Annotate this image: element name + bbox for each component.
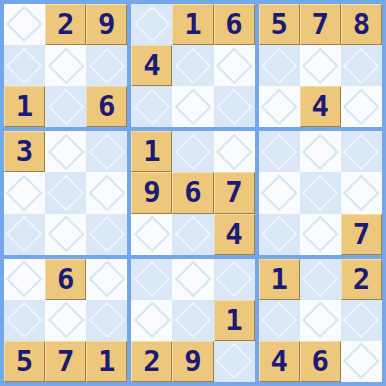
diamond-pattern-icon bbox=[216, 343, 253, 380]
cell-r2c4: 4 bbox=[131, 45, 172, 86]
diamond-pattern-icon bbox=[261, 88, 298, 125]
cell-r6c2[interactable] bbox=[45, 214, 86, 255]
box-8: 129 bbox=[131, 259, 254, 382]
given-digit: 6 bbox=[312, 347, 329, 376]
given-digit: 5 bbox=[16, 347, 33, 376]
diamond-pattern-icon bbox=[88, 302, 125, 339]
diamond-pattern-icon bbox=[261, 133, 298, 170]
given-digit: 1 bbox=[184, 10, 201, 39]
cell-r6c8[interactable] bbox=[300, 214, 341, 255]
diamond-pattern-icon bbox=[302, 261, 339, 298]
diamond-pattern-icon bbox=[47, 133, 84, 170]
cell-r3c1: 1 bbox=[4, 86, 45, 127]
given-digit: 1 bbox=[270, 265, 287, 294]
diamond-pattern-icon bbox=[47, 174, 84, 211]
cell-r4c9[interactable] bbox=[341, 131, 382, 172]
given-digit: 2 bbox=[57, 10, 74, 39]
cell-r9c4: 2 bbox=[131, 341, 172, 382]
cell-r4c6[interactable] bbox=[214, 131, 255, 172]
diamond-pattern-icon bbox=[343, 88, 380, 125]
diamond-pattern-icon bbox=[88, 261, 125, 298]
cell-r5c6: 7 bbox=[214, 172, 255, 213]
diamond-pattern-icon bbox=[133, 6, 170, 43]
cell-r8c2[interactable] bbox=[45, 300, 86, 341]
cell-r1c6: 6 bbox=[214, 4, 255, 45]
diamond-pattern-icon bbox=[88, 174, 125, 211]
cell-r7c9: 2 bbox=[341, 259, 382, 300]
cell-r7c1[interactable] bbox=[4, 259, 45, 300]
given-digit: 1 bbox=[143, 137, 160, 166]
diamond-pattern-icon bbox=[47, 88, 84, 125]
diamond-pattern-icon bbox=[174, 133, 211, 170]
cell-r4c7[interactable] bbox=[259, 131, 300, 172]
box-9: 1246 bbox=[259, 259, 382, 382]
cell-r4c1: 3 bbox=[4, 131, 45, 172]
given-digit: 8 bbox=[353, 10, 370, 39]
diamond-pattern-icon bbox=[302, 174, 339, 211]
diamond-pattern-icon bbox=[343, 133, 380, 170]
cell-r2c8[interactable] bbox=[300, 45, 341, 86]
cell-r2c2[interactable] bbox=[45, 45, 86, 86]
cell-r8c9[interactable] bbox=[341, 300, 382, 341]
cell-r2c6[interactable] bbox=[214, 45, 255, 86]
sudoku-board: 2916 164 5784 3 19674 7 6571 129 1246 bbox=[0, 0, 386, 386]
diamond-pattern-icon bbox=[216, 261, 253, 298]
cell-r7c4[interactable] bbox=[131, 259, 172, 300]
cell-r1c8: 7 bbox=[300, 4, 341, 45]
given-digit: 4 bbox=[270, 347, 287, 376]
cell-r4c8[interactable] bbox=[300, 131, 341, 172]
cell-r6c6: 4 bbox=[214, 214, 255, 255]
given-digit: 7 bbox=[312, 10, 329, 39]
cell-r8c1[interactable] bbox=[4, 300, 45, 341]
diamond-pattern-icon bbox=[343, 302, 380, 339]
cell-r7c7: 1 bbox=[259, 259, 300, 300]
cell-r3c2[interactable] bbox=[45, 86, 86, 127]
given-digit: 6 bbox=[225, 10, 242, 39]
diamond-pattern-icon bbox=[174, 302, 211, 339]
diamond-pattern-icon bbox=[302, 216, 339, 253]
given-digit: 2 bbox=[353, 265, 370, 294]
cell-r9c9[interactable] bbox=[341, 341, 382, 382]
given-digit: 9 bbox=[184, 347, 201, 376]
given-digit: 3 bbox=[16, 137, 33, 166]
given-digit: 4 bbox=[225, 220, 242, 249]
diamond-pattern-icon bbox=[302, 302, 339, 339]
diamond-pattern-icon bbox=[343, 47, 380, 84]
diamond-pattern-icon bbox=[133, 261, 170, 298]
cell-r3c9[interactable] bbox=[341, 86, 382, 127]
cell-r1c1[interactable] bbox=[4, 4, 45, 45]
cell-r4c3[interactable] bbox=[86, 131, 127, 172]
diamond-pattern-icon bbox=[88, 216, 125, 253]
cell-r5c2[interactable] bbox=[45, 172, 86, 213]
cell-r9c6[interactable] bbox=[214, 341, 255, 382]
cell-r3c3: 6 bbox=[86, 86, 127, 127]
diamond-pattern-icon bbox=[88, 133, 125, 170]
cell-r9c2: 7 bbox=[45, 341, 86, 382]
cell-r3c6[interactable] bbox=[214, 86, 255, 127]
cell-r8c7[interactable] bbox=[259, 300, 300, 341]
box-6: 7 bbox=[259, 131, 382, 254]
cell-r5c3[interactable] bbox=[86, 172, 127, 213]
diamond-pattern-icon bbox=[216, 133, 253, 170]
box-4: 3 bbox=[4, 131, 127, 254]
diamond-pattern-icon bbox=[133, 216, 170, 253]
diamond-pattern-icon bbox=[6, 6, 43, 43]
cell-r5c8[interactable] bbox=[300, 172, 341, 213]
cell-r2c3[interactable] bbox=[86, 45, 127, 86]
given-digit: 2 bbox=[143, 347, 160, 376]
diamond-pattern-icon bbox=[174, 47, 211, 84]
diamond-pattern-icon bbox=[302, 47, 339, 84]
diamond-pattern-icon bbox=[261, 174, 298, 211]
cell-r3c7[interactable] bbox=[259, 86, 300, 127]
given-digit: 4 bbox=[312, 92, 329, 121]
given-digit: 9 bbox=[98, 10, 115, 39]
given-digit: 4 bbox=[143, 51, 160, 80]
cell-r9c1: 5 bbox=[4, 341, 45, 382]
cell-r8c3[interactable] bbox=[86, 300, 127, 341]
diamond-pattern-icon bbox=[6, 216, 43, 253]
cell-r6c1[interactable] bbox=[4, 214, 45, 255]
cell-r6c7[interactable] bbox=[259, 214, 300, 255]
cell-r4c5[interactable] bbox=[172, 131, 213, 172]
diamond-pattern-icon bbox=[302, 133, 339, 170]
diamond-pattern-icon bbox=[47, 216, 84, 253]
diamond-pattern-icon bbox=[216, 88, 253, 125]
cell-r9c8: 6 bbox=[300, 341, 341, 382]
diamond-pattern-icon bbox=[6, 47, 43, 84]
diamond-pattern-icon bbox=[174, 261, 211, 298]
cell-r2c5[interactable] bbox=[172, 45, 213, 86]
cell-r8c4[interactable] bbox=[131, 300, 172, 341]
cell-r1c5: 1 bbox=[172, 4, 213, 45]
box-5: 19674 bbox=[131, 131, 254, 254]
cell-r4c4: 1 bbox=[131, 131, 172, 172]
box-2: 164 bbox=[131, 4, 254, 127]
given-digit: 6 bbox=[57, 265, 74, 294]
box-3: 5784 bbox=[259, 4, 382, 127]
cell-r5c7[interactable] bbox=[259, 172, 300, 213]
cell-r1c7: 5 bbox=[259, 4, 300, 45]
cell-r8c6: 1 bbox=[214, 300, 255, 341]
given-digit: 9 bbox=[143, 178, 160, 207]
cell-r4c2[interactable] bbox=[45, 131, 86, 172]
cell-r3c8: 4 bbox=[300, 86, 341, 127]
diamond-pattern-icon bbox=[133, 302, 170, 339]
diamond-pattern-icon bbox=[47, 302, 84, 339]
cell-r5c5: 6 bbox=[172, 172, 213, 213]
cell-r5c1[interactable] bbox=[4, 172, 45, 213]
cell-r2c1[interactable] bbox=[4, 45, 45, 86]
diamond-pattern-icon bbox=[261, 47, 298, 84]
diamond-pattern-icon bbox=[343, 174, 380, 211]
given-digit: 1 bbox=[16, 92, 33, 121]
cell-r1c9: 8 bbox=[341, 4, 382, 45]
cell-r8c5[interactable] bbox=[172, 300, 213, 341]
given-digit: 7 bbox=[57, 347, 74, 376]
cell-r9c3: 1 bbox=[86, 341, 127, 382]
given-digit: 1 bbox=[225, 306, 242, 335]
cell-r7c8[interactable] bbox=[300, 259, 341, 300]
diamond-pattern-icon bbox=[6, 174, 43, 211]
cell-r6c4[interactable] bbox=[131, 214, 172, 255]
cell-r6c5[interactable] bbox=[172, 214, 213, 255]
cell-r5c9[interactable] bbox=[341, 172, 382, 213]
cell-r6c3[interactable] bbox=[86, 214, 127, 255]
cell-r2c9[interactable] bbox=[341, 45, 382, 86]
cell-r3c4[interactable] bbox=[131, 86, 172, 127]
diamond-pattern-icon bbox=[343, 343, 380, 380]
cell-r7c6[interactable] bbox=[214, 259, 255, 300]
cell-r6c9: 7 bbox=[341, 214, 382, 255]
cell-r8c8[interactable] bbox=[300, 300, 341, 341]
diamond-pattern-icon bbox=[261, 302, 298, 339]
sudoku-grid: 2916 164 5784 3 19674 7 6571 129 1246 bbox=[4, 4, 382, 382]
diamond-pattern-icon bbox=[216, 47, 253, 84]
cell-r7c3[interactable] bbox=[86, 259, 127, 300]
given-digit: 1 bbox=[98, 347, 115, 376]
diamond-pattern-icon bbox=[88, 47, 125, 84]
cell-r7c5[interactable] bbox=[172, 259, 213, 300]
diamond-pattern-icon bbox=[47, 47, 84, 84]
given-digit: 7 bbox=[225, 178, 242, 207]
cell-r1c4[interactable] bbox=[131, 4, 172, 45]
given-digit: 5 bbox=[270, 10, 287, 39]
cell-r3c5[interactable] bbox=[172, 86, 213, 127]
diamond-pattern-icon bbox=[133, 88, 170, 125]
diamond-pattern-icon bbox=[174, 216, 211, 253]
cell-r1c2: 2 bbox=[45, 4, 86, 45]
cell-r9c5: 9 bbox=[172, 341, 213, 382]
diamond-pattern-icon bbox=[6, 302, 43, 339]
given-digit: 6 bbox=[184, 178, 201, 207]
given-digit: 7 bbox=[353, 220, 370, 249]
cell-r7c2: 6 bbox=[45, 259, 86, 300]
box-1: 2916 bbox=[4, 4, 127, 127]
cell-r5c4: 9 bbox=[131, 172, 172, 213]
cell-r9c7: 4 bbox=[259, 341, 300, 382]
cell-r1c3: 9 bbox=[86, 4, 127, 45]
diamond-pattern-icon bbox=[174, 88, 211, 125]
box-7: 6571 bbox=[4, 259, 127, 382]
cell-r2c7[interactable] bbox=[259, 45, 300, 86]
given-digit: 6 bbox=[98, 92, 115, 121]
diamond-pattern-icon bbox=[6, 261, 43, 298]
diamond-pattern-icon bbox=[261, 216, 298, 253]
